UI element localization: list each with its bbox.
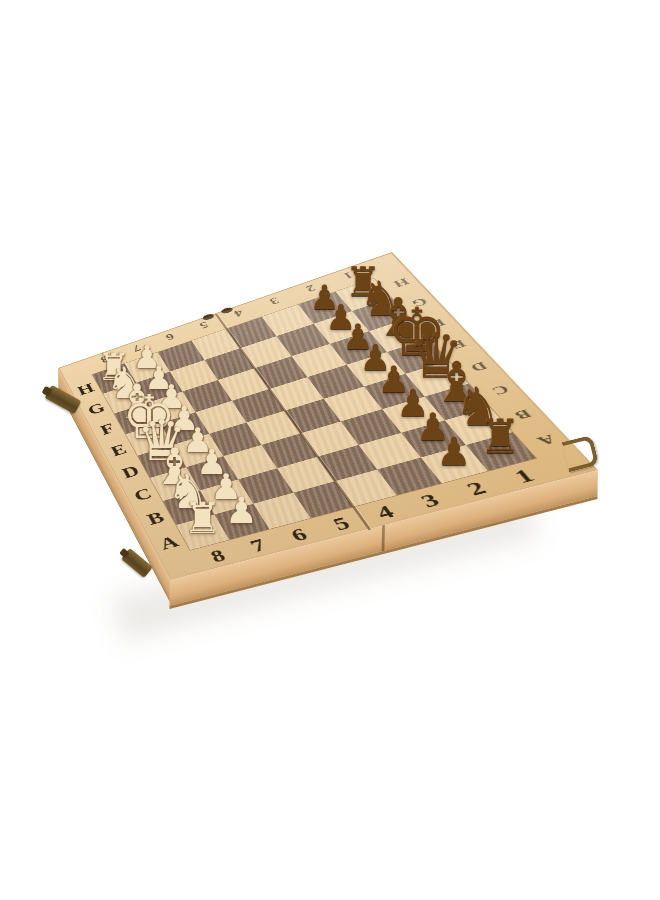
piece-dark-rook-a1[interactable]: ♜ <box>479 412 521 459</box>
hinge-pin-icon <box>220 307 234 315</box>
product-photo-scene: HHGGFFEEDDCCBBAA8877665544332211 ♜♟♞♟♝♟♚… <box>0 0 660 900</box>
piece-light-pawn-a7[interactable]: ♟ <box>225 493 257 529</box>
piece-dark-pawn-a2[interactable]: ♟ <box>436 433 471 472</box>
piece-light-rook-a8[interactable]: ♜ <box>183 497 221 540</box>
hinge-pin-icon <box>202 313 216 321</box>
fold-seam-side <box>382 525 385 552</box>
